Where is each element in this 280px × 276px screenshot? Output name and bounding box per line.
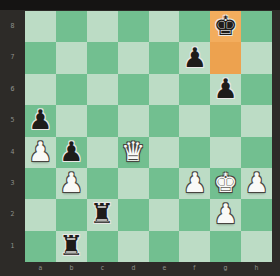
square-f8[interactable]: [179, 11, 210, 42]
black-rook[interactable]: ♜: [90, 200, 114, 227]
square-a1[interactable]: [25, 231, 56, 262]
rank-label-5: 5: [3, 109, 23, 133]
file-coordinates: abcdefgh: [25, 262, 272, 275]
black-pawn[interactable]: ♟: [183, 44, 207, 71]
square-d6[interactable]: [118, 74, 149, 105]
white-pawn[interactable]: ♟: [244, 169, 268, 196]
square-a4[interactable]: ♟: [25, 137, 56, 168]
square-g3[interactable]: ♚: [210, 168, 241, 199]
square-g8[interactable]: ♚: [210, 11, 241, 42]
square-f7[interactable]: ♟: [179, 42, 210, 73]
square-h5[interactable]: [241, 105, 272, 136]
rank-label-3: 3: [3, 171, 23, 195]
square-g1[interactable]: [210, 231, 241, 262]
square-c5[interactable]: [87, 105, 118, 136]
square-g7[interactable]: [210, 42, 241, 73]
square-c8[interactable]: [87, 11, 118, 42]
white-king[interactable]: ♚: [214, 169, 238, 196]
white-pawn[interactable]: ♟: [59, 169, 83, 196]
square-a8[interactable]: [25, 11, 56, 42]
square-g2[interactable]: ♟: [210, 199, 241, 230]
file-label-d: d: [121, 263, 145, 273]
square-b6[interactable]: [56, 74, 87, 105]
square-f4[interactable]: [179, 137, 210, 168]
square-e6[interactable]: [149, 74, 180, 105]
square-d8[interactable]: [118, 11, 149, 42]
square-a3[interactable]: [25, 168, 56, 199]
white-pawn[interactable]: ♟: [214, 200, 238, 227]
square-h8[interactable]: [241, 11, 272, 42]
file-label-f: f: [183, 263, 207, 273]
square-c3[interactable]: [87, 168, 118, 199]
file-label-a: a: [28, 263, 52, 273]
square-b1[interactable]: ♜: [56, 231, 87, 262]
black-pawn[interactable]: ♟: [214, 75, 238, 102]
square-c2[interactable]: ♜: [87, 199, 118, 230]
file-label-h: h: [245, 263, 269, 273]
square-h4[interactable]: [241, 137, 272, 168]
rank-coordinates: 87654321: [0, 11, 25, 262]
square-b4[interactable]: ♟: [56, 137, 87, 168]
square-e3[interactable]: [149, 168, 180, 199]
white-pawn[interactable]: ♟: [183, 169, 207, 196]
square-e1[interactable]: [149, 231, 180, 262]
square-f6[interactable]: [179, 74, 210, 105]
square-e7[interactable]: [149, 42, 180, 73]
square-b7[interactable]: [56, 42, 87, 73]
square-h1[interactable]: [241, 231, 272, 262]
square-d4[interactable]: ♛: [118, 137, 149, 168]
square-b3[interactable]: ♟: [56, 168, 87, 199]
file-label-e: e: [152, 263, 176, 273]
square-c6[interactable]: [87, 74, 118, 105]
white-queen[interactable]: ♛: [121, 138, 145, 165]
square-h6[interactable]: [241, 74, 272, 105]
square-g6[interactable]: ♟: [210, 74, 241, 105]
square-b8[interactable]: [56, 11, 87, 42]
square-d3[interactable]: [118, 168, 149, 199]
square-d7[interactable]: [118, 42, 149, 73]
black-king[interactable]: ♚: [214, 12, 238, 39]
square-h2[interactable]: [241, 199, 272, 230]
rank-label-7: 7: [3, 46, 23, 70]
rank-label-2: 2: [3, 203, 23, 227]
square-e2[interactable]: [149, 199, 180, 230]
top-edge-bar: [0, 0, 280, 10]
square-d2[interactable]: [118, 199, 149, 230]
chess-app-window: 87654321 ♚♟♟♟♟♟♛♟♟♚♟♜♟♜ abcdefgh: [0, 0, 280, 276]
square-e4[interactable]: [149, 137, 180, 168]
square-a6[interactable]: [25, 74, 56, 105]
rank-label-4: 4: [3, 140, 23, 164]
square-a2[interactable]: [25, 199, 56, 230]
chess-board: ♚♟♟♟♟♟♛♟♟♚♟♜♟♜: [25, 11, 272, 262]
square-f2[interactable]: [179, 199, 210, 230]
square-f5[interactable]: [179, 105, 210, 136]
file-label-g: g: [214, 263, 238, 273]
square-d1[interactable]: [118, 231, 149, 262]
square-c7[interactable]: [87, 42, 118, 73]
square-h7[interactable]: [241, 42, 272, 73]
square-g5[interactable]: [210, 105, 241, 136]
square-e8[interactable]: [149, 11, 180, 42]
square-b2[interactable]: [56, 199, 87, 230]
square-d5[interactable]: [118, 105, 149, 136]
white-pawn[interactable]: ♟: [28, 138, 52, 165]
file-label-b: b: [59, 263, 83, 273]
square-f1[interactable]: [179, 231, 210, 262]
file-label-c: c: [90, 263, 114, 273]
black-pawn[interactable]: ♟: [28, 106, 52, 133]
rank-label-8: 8: [3, 14, 23, 38]
square-e5[interactable]: [149, 105, 180, 136]
rank-label-1: 1: [3, 234, 23, 258]
square-g4[interactable]: [210, 137, 241, 168]
black-pawn[interactable]: ♟: [59, 138, 83, 165]
square-b5[interactable]: [56, 105, 87, 136]
square-c4[interactable]: [87, 137, 118, 168]
square-f3[interactable]: ♟: [179, 168, 210, 199]
rank-label-6: 6: [3, 77, 23, 101]
black-rook[interactable]: ♜: [59, 232, 83, 259]
square-c1[interactable]: [87, 231, 118, 262]
square-h3[interactable]: ♟: [241, 168, 272, 199]
square-a5[interactable]: ♟: [25, 105, 56, 136]
square-a7[interactable]: [25, 42, 56, 73]
